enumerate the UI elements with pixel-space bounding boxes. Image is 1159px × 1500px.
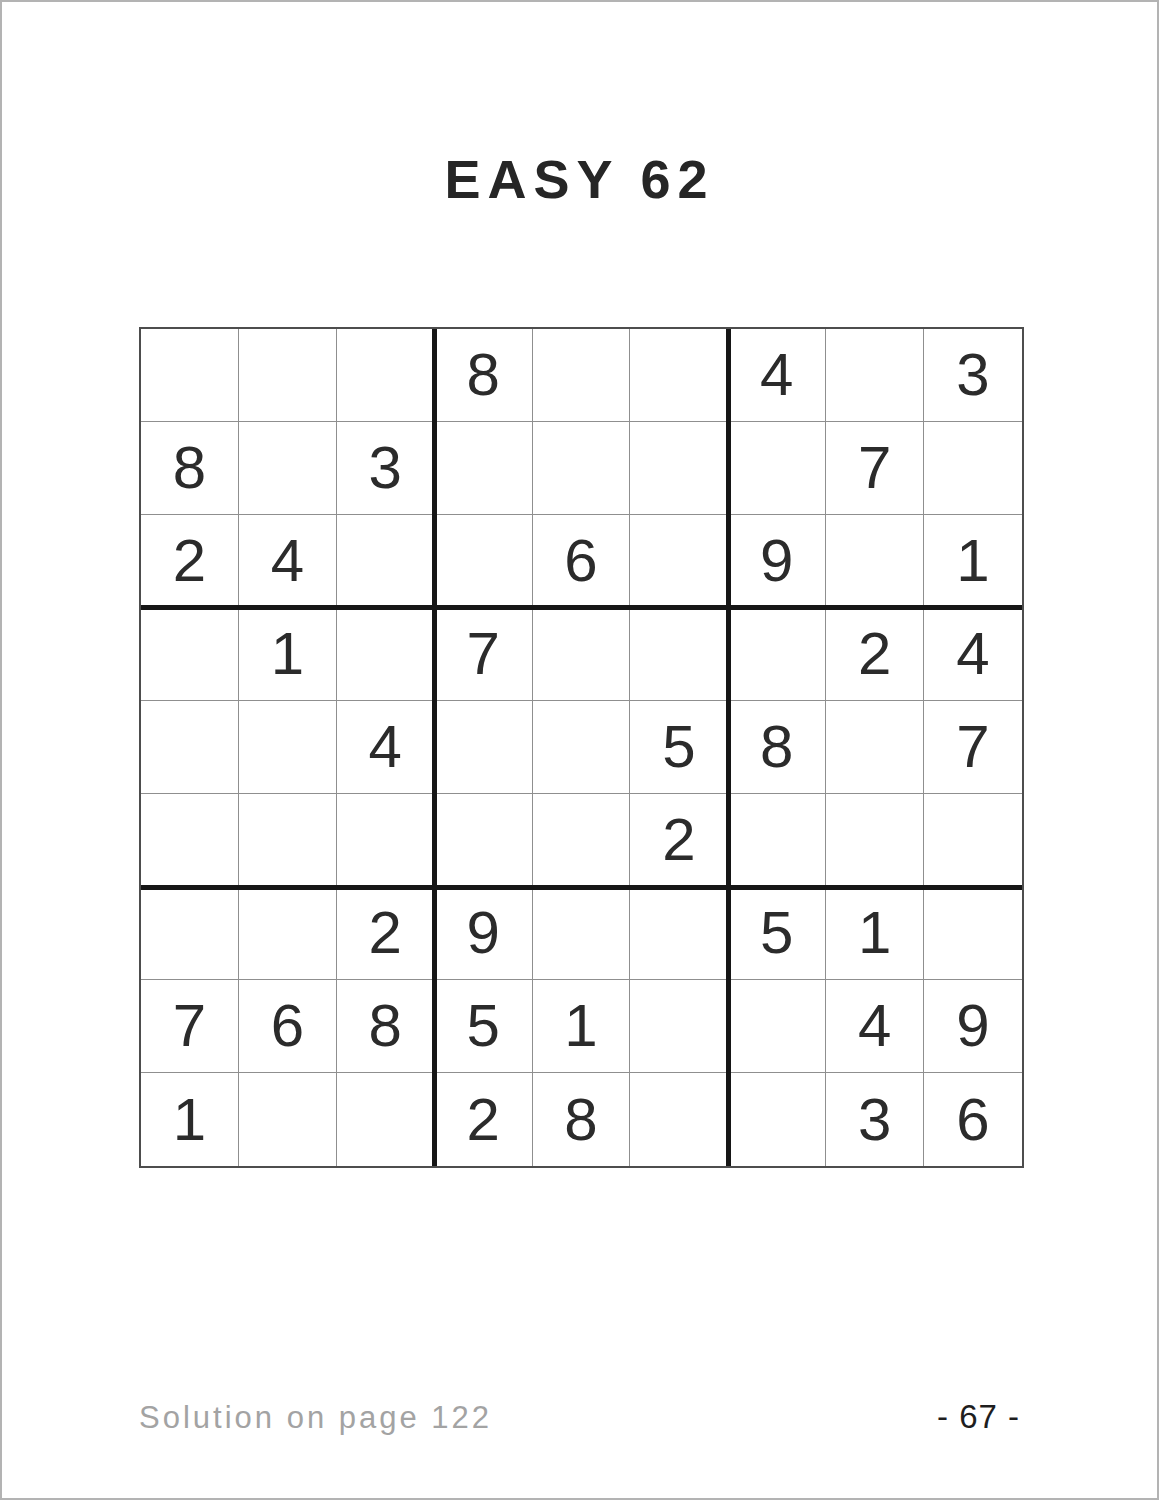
sudoku-cell-r4c6	[630, 608, 728, 701]
given-digit: 4	[858, 996, 891, 1056]
sudoku-cell-r1c7: 4	[728, 329, 826, 422]
sudoku-cell-r1c9: 3	[924, 329, 1022, 422]
sudoku-cell-r4c1	[141, 608, 239, 701]
given-digit: 6	[564, 531, 597, 591]
sudoku-cell-r3c6	[630, 515, 728, 608]
given-digit: 2	[173, 531, 206, 591]
sudoku-cell-r7c5	[533, 887, 631, 980]
given-digit: 8	[466, 345, 499, 405]
given-digit: 1	[271, 624, 304, 684]
box-separator-vertical-1	[432, 329, 437, 1166]
box-separator-vertical-2	[726, 329, 731, 1166]
given-digit: 8	[760, 717, 793, 777]
given-digit: 2	[662, 810, 695, 870]
sudoku-cell-r9c6	[630, 1073, 728, 1166]
sudoku-cell-r4c3	[337, 608, 435, 701]
sudoku-cell-r4c9: 4	[924, 608, 1022, 701]
given-digit: 7	[956, 717, 989, 777]
sudoku-cell-r5c8	[826, 701, 924, 794]
given-digit: 5	[760, 903, 793, 963]
sudoku-cell-r7c8: 1	[826, 887, 924, 980]
sudoku-cell-r3c5: 6	[533, 515, 631, 608]
sudoku-cell-r5c3: 4	[337, 701, 435, 794]
sudoku-cell-r2c5	[533, 422, 631, 515]
sudoku-cell-r5c4	[435, 701, 533, 794]
sudoku-cell-r9c4: 2	[435, 1073, 533, 1166]
sudoku-cell-r6c4	[435, 794, 533, 887]
given-digit: 3	[369, 438, 402, 498]
page-footer: Solution on page 122 - 67 -	[139, 1398, 1020, 1436]
sudoku-cell-r6c5	[533, 794, 631, 887]
given-digit: 9	[466, 903, 499, 963]
sudoku-cell-r2c9	[924, 422, 1022, 515]
sudoku-cell-r9c8: 3	[826, 1073, 924, 1166]
given-digit: 3	[956, 345, 989, 405]
sudoku-cell-r2c3: 3	[337, 422, 435, 515]
sudoku-grid: 843837246911724458722951768514912836	[141, 329, 1022, 1166]
sudoku-cell-r4c8: 2	[826, 608, 924, 701]
given-digit: 5	[662, 717, 695, 777]
sudoku-cell-r5c9: 7	[924, 701, 1022, 794]
sudoku-cell-r6c8	[826, 794, 924, 887]
sudoku-cell-r8c3: 8	[337, 980, 435, 1073]
sudoku-cell-r6c6: 2	[630, 794, 728, 887]
sudoku-cell-r4c7	[728, 608, 826, 701]
sudoku-cell-r8c1: 7	[141, 980, 239, 1073]
sudoku-cell-r6c9	[924, 794, 1022, 887]
given-digit: 7	[858, 438, 891, 498]
given-digit: 6	[271, 996, 304, 1056]
sudoku-cell-r8c4: 5	[435, 980, 533, 1073]
given-digit: 1	[173, 1090, 206, 1150]
given-digit: 2	[369, 903, 402, 963]
sudoku-cell-r6c1	[141, 794, 239, 887]
sudoku-cell-r8c6	[630, 980, 728, 1073]
given-digit: 9	[760, 531, 793, 591]
puzzle-title: EASY 62	[2, 150, 1157, 208]
solution-note: Solution on page 122	[139, 1400, 492, 1436]
sudoku-cell-r8c2: 6	[239, 980, 337, 1073]
sudoku-cell-r3c3	[337, 515, 435, 608]
given-digit: 8	[564, 1090, 597, 1150]
sudoku-cell-r4c2: 1	[239, 608, 337, 701]
sudoku-cell-r7c3: 2	[337, 887, 435, 980]
given-digit: 4	[760, 345, 793, 405]
given-digit: 1	[956, 531, 989, 591]
sudoku-cell-r3c7: 9	[728, 515, 826, 608]
sudoku-cell-r4c5	[533, 608, 631, 701]
sudoku-cell-r1c1	[141, 329, 239, 422]
given-digit: 7	[173, 996, 206, 1056]
sudoku-cell-r1c2	[239, 329, 337, 422]
given-digit: 5	[466, 996, 499, 1056]
given-digit: 2	[466, 1090, 499, 1150]
sudoku-cell-r3c9: 1	[924, 515, 1022, 608]
box-separator-horizontal-2	[141, 885, 1022, 890]
sudoku-cell-r1c5	[533, 329, 631, 422]
sudoku-cell-r7c6	[630, 887, 728, 980]
given-digit: 1	[858, 903, 891, 963]
sudoku-cell-r7c1	[141, 887, 239, 980]
sudoku-cell-r9c1: 1	[141, 1073, 239, 1166]
sudoku-cell-r6c2	[239, 794, 337, 887]
box-separator-horizontal-1	[141, 605, 1022, 610]
sudoku-cell-r7c7: 5	[728, 887, 826, 980]
sudoku-cell-r2c2	[239, 422, 337, 515]
sudoku-cell-r6c3	[337, 794, 435, 887]
given-digit: 6	[956, 1090, 989, 1150]
sudoku-cell-r9c5: 8	[533, 1073, 631, 1166]
sudoku-cell-r5c1	[141, 701, 239, 794]
sudoku-cell-r3c4	[435, 515, 533, 608]
given-digit: 1	[564, 996, 597, 1056]
sudoku-cell-r9c9: 6	[924, 1073, 1022, 1166]
page-number: - 67 -	[937, 1398, 1020, 1436]
sudoku-board: 843837246911724458722951768514912836	[139, 327, 1024, 1168]
sudoku-cell-r1c6	[630, 329, 728, 422]
sudoku-cell-r1c8	[826, 329, 924, 422]
given-digit: 9	[956, 996, 989, 1056]
sudoku-cell-r6c7	[728, 794, 826, 887]
sudoku-cell-r8c7	[728, 980, 826, 1073]
sudoku-cell-r2c6	[630, 422, 728, 515]
sudoku-cell-r8c9: 9	[924, 980, 1022, 1073]
given-digit: 4	[271, 531, 304, 591]
sudoku-cell-r8c5: 1	[533, 980, 631, 1073]
sudoku-cell-r7c4: 9	[435, 887, 533, 980]
sudoku-cell-r3c8	[826, 515, 924, 608]
given-digit: 8	[369, 996, 402, 1056]
sudoku-cell-r7c9	[924, 887, 1022, 980]
sudoku-cell-r3c2: 4	[239, 515, 337, 608]
given-digit: 7	[466, 624, 499, 684]
sudoku-cell-r5c7: 8	[728, 701, 826, 794]
sudoku-cell-r4c4: 7	[435, 608, 533, 701]
sudoku-cell-r9c3	[337, 1073, 435, 1166]
sudoku-cell-r5c5	[533, 701, 631, 794]
sudoku-cell-r2c7	[728, 422, 826, 515]
sudoku-cell-r2c1: 8	[141, 422, 239, 515]
sudoku-cell-r1c4: 8	[435, 329, 533, 422]
sudoku-cell-r7c2	[239, 887, 337, 980]
sudoku-cell-r1c3	[337, 329, 435, 422]
given-digit: 4	[369, 717, 402, 777]
sudoku-cell-r2c8: 7	[826, 422, 924, 515]
sudoku-cell-r2c4	[435, 422, 533, 515]
sudoku-cell-r5c6: 5	[630, 701, 728, 794]
sudoku-cell-r5c2	[239, 701, 337, 794]
sudoku-cell-r8c8: 4	[826, 980, 924, 1073]
given-digit: 2	[858, 624, 891, 684]
given-digit: 4	[956, 624, 989, 684]
sudoku-cell-r9c7	[728, 1073, 826, 1166]
puzzle-page: EASY 62 84383724691172445872295176851491…	[0, 0, 1159, 1500]
given-digit: 8	[173, 438, 206, 498]
sudoku-cell-r3c1: 2	[141, 515, 239, 608]
sudoku-cell-r9c2	[239, 1073, 337, 1166]
given-digit: 3	[858, 1090, 891, 1150]
